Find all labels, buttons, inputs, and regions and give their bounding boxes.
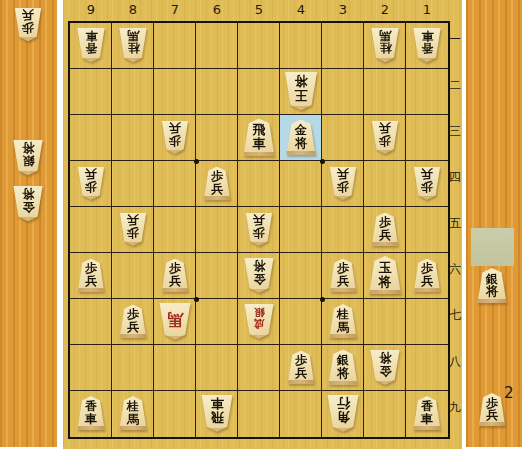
piece-base (161, 288, 189, 292)
piece-base (286, 151, 317, 155)
shogi-piece[interactable]: 歩兵 (77, 259, 105, 292)
piece-base (413, 426, 442, 430)
shogi-piece[interactable]: 歩兵 (119, 213, 147, 246)
piece-base (287, 380, 315, 384)
piece-kanji: 飛車 (201, 397, 234, 424)
board-square[interactable] (154, 69, 196, 115)
piece-kanji: 銀将 (477, 272, 508, 298)
piece-kanji: 桂馬 (119, 400, 148, 425)
board-square[interactable] (112, 253, 154, 299)
hand-slot-highlight (471, 228, 514, 266)
board-square[interactable] (196, 207, 238, 253)
rank-label: 五 (446, 215, 464, 231)
piece-kanji: 歩兵 (287, 355, 315, 379)
board-square[interactable] (406, 299, 448, 345)
shogi-piece[interactable]: 歩兵 (329, 167, 357, 200)
shogi-piece[interactable]: 角行 (327, 395, 360, 432)
piece-kanji: 王将 (284, 74, 318, 102)
board-square[interactable] (364, 69, 406, 115)
file-label: 1 (416, 1, 438, 18)
board-square[interactable] (238, 345, 280, 391)
shogi-piece[interactable]: 歩兵 (119, 305, 147, 338)
piece-stand-sente (466, 0, 522, 447)
file-label: 7 (164, 1, 186, 18)
board-square[interactable] (406, 345, 448, 391)
board-square[interactable] (406, 69, 448, 115)
board-square[interactable] (196, 69, 238, 115)
piece-base (371, 58, 400, 62)
board-square[interactable] (112, 69, 154, 115)
piece-kanji: 金将 (13, 188, 44, 213)
board-square[interactable] (280, 23, 322, 69)
shogi-piece[interactable]: 歩兵 (245, 213, 273, 246)
shogi-piece[interactable]: 銀将 (477, 268, 508, 303)
board-square[interactable] (406, 115, 448, 161)
board-square[interactable] (70, 69, 112, 115)
board-square[interactable] (196, 23, 238, 69)
board-square[interactable] (154, 391, 196, 437)
board-square[interactable] (112, 115, 154, 161)
board-square[interactable] (112, 345, 154, 391)
file-label: 5 (248, 1, 270, 18)
board-square[interactable] (238, 69, 280, 115)
piece-kanji: 香車 (413, 30, 442, 54)
shogi-piece[interactable]: 金将 (13, 186, 44, 221)
piece-base (119, 58, 148, 62)
board-square[interactable] (70, 115, 112, 161)
board-square[interactable] (238, 161, 280, 207)
piece-base (371, 242, 399, 246)
board-square[interactable] (280, 391, 322, 437)
piece-kanji: 歩兵 (371, 123, 399, 146)
piece-kanji: 歩兵 (413, 263, 441, 287)
shogi-piece[interactable]: 桂馬 (119, 396, 148, 430)
piece-base (284, 106, 318, 110)
board-square[interactable] (322, 69, 364, 115)
star-point (320, 159, 325, 164)
board-square[interactable] (238, 23, 280, 69)
shogi-piece[interactable]: 桂馬 (119, 28, 148, 62)
piece-base (368, 290, 402, 294)
piece-base (119, 426, 148, 430)
rank-label: 四 (446, 169, 464, 185)
piece-kanji: 歩兵 (161, 263, 189, 287)
piece-kanji: 角行 (327, 397, 360, 424)
shogi-piece[interactable]: 金将 (370, 350, 401, 385)
board-square[interactable] (280, 299, 322, 345)
shogi-piece[interactable]: 歩兵 (14, 8, 42, 41)
piece-base (201, 428, 234, 432)
shogi-piece[interactable]: 香車 (413, 396, 442, 430)
board-square[interactable] (70, 299, 112, 345)
rank-label: 二 (446, 77, 464, 93)
shogi-piece[interactable]: 歩兵 (371, 213, 399, 246)
piece-base (13, 217, 44, 221)
shogi-piece[interactable]: 歩兵 (413, 167, 441, 200)
piece-base (14, 37, 42, 41)
shogi-piece[interactable]: 飛車 (201, 395, 234, 432)
piece-kanji: 歩兵 (203, 171, 231, 195)
piece-kanji: 桂馬 (371, 30, 400, 54)
piece-kanji: 香車 (77, 30, 106, 54)
shogi-piece[interactable]: 飛車 (243, 119, 276, 156)
star-point (194, 297, 199, 302)
piece-kanji: 玉将 (368, 260, 402, 289)
piece-base (328, 381, 359, 385)
rank-label: 三 (446, 123, 464, 139)
piece-kanji: 銀将 (13, 142, 44, 167)
file-label: 8 (122, 1, 144, 18)
board-square[interactable] (70, 345, 112, 391)
shogi-piece[interactable]: 玉将 (368, 256, 402, 294)
piece-kanji: 歩兵 (14, 10, 42, 33)
board-square[interactable] (280, 161, 322, 207)
piece-kanji: 桂馬 (329, 308, 358, 333)
piece-kanji: 香車 (77, 400, 106, 425)
piece-kanji: 成銀 (244, 306, 275, 331)
piece-kanji: 歩兵 (119, 215, 147, 238)
piece-base (77, 58, 106, 62)
shogi-piece[interactable]: 歩兵 (203, 167, 231, 200)
hand-count: 2 (504, 384, 514, 402)
piece-base (413, 288, 441, 292)
file-label: 4 (290, 1, 312, 18)
board-square[interactable] (280, 253, 322, 299)
shogi-piece[interactable]: 歩兵 (161, 121, 189, 154)
shogi-piece[interactable]: 桂馬 (371, 28, 400, 62)
piece-kanji: 桂馬 (119, 30, 148, 54)
piece-kanji: 金将 (286, 124, 317, 150)
file-label: 6 (206, 1, 228, 18)
star-point (320, 297, 325, 302)
rank-label: 八 (446, 353, 464, 369)
piece-base (371, 150, 399, 154)
piece-base (203, 196, 231, 200)
piece-base (244, 335, 275, 339)
board-square[interactable] (196, 253, 238, 299)
piece-base (119, 242, 147, 246)
board-square[interactable] (238, 391, 280, 437)
board-square[interactable] (322, 23, 364, 69)
piece-kanji: 歩兵 (119, 309, 147, 333)
shogi-piece[interactable]: 桂馬 (329, 304, 358, 338)
piece-base (161, 150, 189, 154)
piece-kanji: 歩兵 (161, 123, 189, 146)
shogi-piece[interactable]: 金将 (286, 120, 317, 155)
rank-label: 七 (446, 307, 464, 323)
board-square[interactable] (364, 299, 406, 345)
piece-base (119, 334, 147, 338)
piece-kanji: 歩兵 (77, 169, 105, 192)
piece-base (329, 196, 357, 200)
shogi-piece[interactable]: 香車 (77, 396, 106, 430)
piece-base (13, 171, 44, 175)
piece-kanji: 金将 (370, 352, 401, 377)
piece-base (370, 381, 401, 385)
piece-base (243, 152, 276, 156)
shogi-piece[interactable]: 歩兵 (413, 259, 441, 292)
shogi-piece[interactable]: 香車 (413, 28, 442, 62)
board-square[interactable] (280, 207, 322, 253)
board-square[interactable] (196, 299, 238, 345)
shogi-piece[interactable]: 香車 (77, 28, 106, 62)
shogi-piece[interactable]: 王将 (284, 72, 318, 110)
shogi-piece[interactable]: 金将 (244, 258, 275, 293)
piece-base (245, 242, 273, 246)
piece-base (413, 58, 442, 62)
board-square[interactable] (364, 391, 406, 437)
piece-base (478, 422, 506, 426)
shogi-piece[interactable]: 銀将 (13, 140, 44, 175)
file-label: 3 (332, 1, 354, 18)
board-square[interactable] (70, 207, 112, 253)
shogi-piece[interactable]: 歩兵 (161, 259, 189, 292)
board-square[interactable] (154, 207, 196, 253)
piece-kanji: 歩兵 (329, 169, 357, 192)
piece-kanji: 金将 (244, 260, 275, 285)
rank-label: 一 (446, 31, 464, 47)
board-square[interactable] (112, 161, 154, 207)
piece-kanji: 歩兵 (413, 169, 441, 192)
piece-base (159, 336, 192, 340)
rank-label: 六 (446, 261, 464, 277)
piece-kanji: 歩兵 (245, 215, 273, 238)
piece-base (77, 288, 105, 292)
piece-kanji: 歩兵 (329, 263, 357, 287)
shogi-piece[interactable]: 歩兵 (329, 259, 357, 292)
piece-kanji: 歩兵 (371, 217, 399, 241)
shogi-piece[interactable]: 歩兵 (371, 121, 399, 154)
shogi-piece[interactable]: 成銀 (244, 304, 275, 339)
board-square[interactable] (154, 345, 196, 391)
shogi-piece[interactable]: 歩兵 (478, 393, 506, 426)
piece-base (477, 299, 508, 303)
piece-base (329, 334, 358, 338)
piece-base (327, 428, 360, 432)
piece-kanji: 歩兵 (478, 397, 506, 421)
piece-base (244, 289, 275, 293)
piece-stand-gote (0, 0, 57, 447)
star-point (194, 159, 199, 164)
file-label: 9 (80, 1, 102, 18)
board-square[interactable] (364, 161, 406, 207)
piece-kanji: 馬 (159, 305, 192, 332)
piece-base (77, 426, 106, 430)
board-square[interactable] (322, 115, 364, 161)
board-square[interactable] (196, 345, 238, 391)
piece-kanji: 飛車 (243, 123, 276, 151)
piece-base (329, 288, 357, 292)
board-square[interactable] (154, 23, 196, 69)
shogi-piece[interactable]: 銀将 (328, 350, 359, 385)
board-square[interactable] (322, 207, 364, 253)
board-square[interactable] (154, 161, 196, 207)
shogi-app: 987654321一二三四五六七八九香車桂馬桂馬香車王将歩兵飛車金将歩兵歩兵歩兵… (0, 0, 524, 451)
board-square[interactable] (406, 207, 448, 253)
rank-label: 九 (446, 399, 464, 415)
shogi-piece[interactable]: 歩兵 (287, 351, 315, 384)
file-label: 2 (374, 1, 396, 18)
shogi-piece[interactable]: 歩兵 (77, 167, 105, 200)
shogi-piece[interactable]: 馬 (159, 303, 192, 340)
piece-base (413, 196, 441, 200)
board-square[interactable] (196, 115, 238, 161)
piece-kanji: 香車 (413, 400, 442, 425)
piece-base (77, 196, 105, 200)
piece-kanji: 銀将 (328, 354, 359, 380)
piece-kanji: 歩兵 (77, 263, 105, 287)
